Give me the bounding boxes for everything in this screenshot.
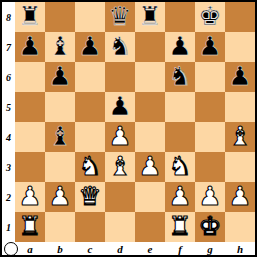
square-a4[interactable] (15, 122, 45, 152)
white-pawn: ♟ (198, 182, 221, 211)
square-c2[interactable]: ♛ (75, 182, 105, 212)
white-queen: ♛ (78, 182, 101, 211)
square-f2[interactable]: ♟ (165, 182, 195, 212)
file-label-f: f (165, 242, 195, 255)
black-pawn: ♟ (78, 32, 101, 61)
square-a2[interactable]: ♟ (15, 182, 45, 212)
square-a6[interactable] (15, 62, 45, 92)
square-e6[interactable] (135, 62, 165, 92)
square-e1[interactable] (135, 212, 165, 242)
square-e8[interactable]: ♜ (135, 2, 165, 32)
bottom-strip: abcdefgh (2, 242, 255, 255)
square-f4[interactable] (165, 122, 195, 152)
square-b1[interactable] (45, 212, 75, 242)
square-g8[interactable]: ♚ (195, 2, 225, 32)
file-label-h: h (225, 242, 255, 255)
black-pawn: ♟ (48, 62, 71, 91)
square-c3[interactable]: ♞ (75, 152, 105, 182)
square-h8[interactable] (225, 2, 255, 32)
square-a3[interactable] (15, 152, 45, 182)
file-label-g: g (195, 242, 225, 255)
square-g7[interactable]: ♟ (195, 32, 225, 62)
square-a8[interactable]: ♜ (15, 2, 45, 32)
rank-label-6: 6 (2, 62, 15, 92)
square-c6[interactable] (75, 62, 105, 92)
file-label-e: e (135, 242, 165, 255)
square-f6[interactable]: ♞ (165, 62, 195, 92)
square-b3[interactable] (45, 152, 75, 182)
square-c1[interactable] (75, 212, 105, 242)
square-c8[interactable] (75, 2, 105, 32)
square-b4[interactable]: ♝ (45, 122, 75, 152)
file-label-c: c (75, 242, 105, 255)
black-pawn: ♟ (228, 62, 251, 91)
square-h1[interactable] (225, 212, 255, 242)
square-a5[interactable] (15, 92, 45, 122)
chess-diagram: 87654321 ♜♛♜♚♟♝♟♞♟♟♟♞♟♟♝♟♝♞♝♟♞♟♟♛♟♟♟♜♜♚ … (0, 0, 257, 257)
rank-label-7: 7 (2, 32, 15, 62)
rank-label-5: 5 (2, 92, 15, 122)
square-a1[interactable]: ♜ (15, 212, 45, 242)
black-knight: ♞ (108, 32, 131, 61)
white-knight: ♞ (78, 152, 101, 181)
white-pawn: ♟ (228, 182, 251, 211)
white-bishop: ♝ (228, 122, 251, 151)
rank-label-2: 2 (2, 182, 15, 212)
white-bishop: ♝ (108, 152, 131, 181)
square-h6[interactable]: ♟ (225, 62, 255, 92)
rank-label-4: 4 (2, 122, 15, 152)
white-king: ♚ (198, 212, 221, 241)
square-f7[interactable]: ♟ (165, 32, 195, 62)
black-bishop: ♝ (48, 32, 71, 61)
square-d4[interactable]: ♟ (105, 122, 135, 152)
square-b8[interactable] (45, 2, 75, 32)
square-d1[interactable] (105, 212, 135, 242)
square-h5[interactable] (225, 92, 255, 122)
square-h4[interactable]: ♝ (225, 122, 255, 152)
square-b6[interactable]: ♟ (45, 62, 75, 92)
white-knight: ♞ (168, 152, 191, 181)
black-queen: ♛ (108, 2, 131, 31)
black-rook: ♜ (138, 2, 161, 31)
square-d5[interactable]: ♟ (105, 92, 135, 122)
black-pawn: ♟ (108, 92, 131, 121)
rank-label-3: 3 (2, 152, 15, 182)
square-d3[interactable]: ♝ (105, 152, 135, 182)
rank-label-8: 8 (2, 2, 15, 32)
square-g4[interactable] (195, 122, 225, 152)
square-e7[interactable] (135, 32, 165, 62)
white-pawn: ♟ (168, 182, 191, 211)
square-f1[interactable]: ♜ (165, 212, 195, 242)
white-rook: ♜ (18, 212, 41, 241)
square-d2[interactable] (105, 182, 135, 212)
square-c4[interactable] (75, 122, 105, 152)
square-g1[interactable]: ♚ (195, 212, 225, 242)
square-e2[interactable] (135, 182, 165, 212)
square-g5[interactable] (195, 92, 225, 122)
square-g6[interactable] (195, 62, 225, 92)
square-b7[interactable]: ♝ (45, 32, 75, 62)
black-pawn: ♟ (18, 32, 41, 61)
file-label-a: a (15, 242, 45, 255)
square-h3[interactable] (225, 152, 255, 182)
square-c7[interactable]: ♟ (75, 32, 105, 62)
square-f5[interactable] (165, 92, 195, 122)
file-label-b: b (45, 242, 75, 255)
square-a7[interactable]: ♟ (15, 32, 45, 62)
chess-board: ♜♛♜♚♟♝♟♞♟♟♟♞♟♟♝♟♝♞♝♟♞♟♟♛♟♟♟♜♜♚ (15, 2, 255, 242)
square-g3[interactable] (195, 152, 225, 182)
black-rook: ♜ (18, 2, 41, 31)
square-h2[interactable]: ♟ (225, 182, 255, 212)
square-d6[interactable] (105, 62, 135, 92)
square-d8[interactable]: ♛ (105, 2, 135, 32)
square-h7[interactable] (225, 32, 255, 62)
black-knight: ♞ (168, 62, 191, 91)
square-e5[interactable] (135, 92, 165, 122)
white-pawn: ♟ (18, 182, 41, 211)
white-pawn: ♟ (138, 152, 161, 181)
square-f8[interactable] (165, 2, 195, 32)
square-d7[interactable]: ♞ (105, 32, 135, 62)
black-bishop: ♝ (48, 122, 71, 151)
rank-label-1: 1 (2, 212, 15, 242)
file-label-d: d (105, 242, 135, 255)
white-pawn: ♟ (48, 182, 71, 211)
file-labels: abcdefgh (15, 242, 255, 255)
white-rook: ♜ (168, 212, 191, 241)
black-king: ♚ (198, 2, 221, 31)
black-pawn: ♟ (168, 32, 191, 61)
square-b2[interactable]: ♟ (45, 182, 75, 212)
square-e3[interactable]: ♟ (135, 152, 165, 182)
square-c5[interactable] (75, 92, 105, 122)
square-f3[interactable]: ♞ (165, 152, 195, 182)
white-pawn: ♟ (108, 122, 131, 151)
square-b5[interactable] (45, 92, 75, 122)
black-pawn: ♟ (198, 32, 221, 61)
square-g2[interactable]: ♟ (195, 182, 225, 212)
square-e4[interactable] (135, 122, 165, 152)
rank-labels: 87654321 (2, 2, 15, 242)
